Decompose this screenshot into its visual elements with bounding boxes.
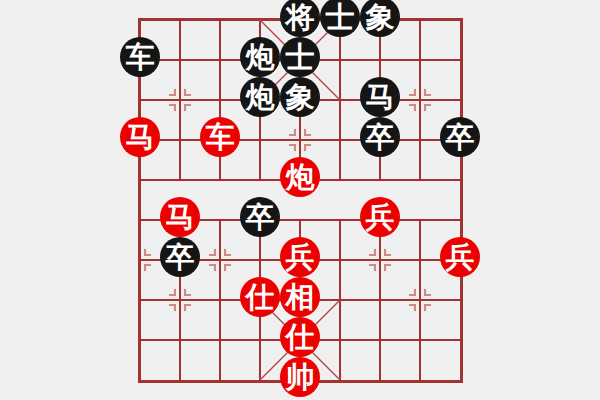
piece-black-soldier[interactable]: 卒 <box>160 237 200 277</box>
position-marker <box>384 264 391 271</box>
piece-black-advisor[interactable]: 士 <box>320 0 360 37</box>
piece-red-elephant[interactable]: 相 <box>280 277 320 317</box>
piece-black-advisor[interactable]: 士 <box>280 37 320 77</box>
piece-red-general[interactable]: 帅 <box>280 357 320 397</box>
position-marker <box>384 249 391 256</box>
position-marker <box>169 304 176 311</box>
position-marker <box>409 104 416 111</box>
piece-black-cannon[interactable]: 炮 <box>240 37 280 77</box>
piece-black-soldier[interactable]: 卒 <box>440 117 480 157</box>
piece-black-elephant[interactable]: 象 <box>280 77 320 117</box>
piece-red-advisor[interactable]: 仕 <box>240 277 280 317</box>
position-marker <box>369 249 376 256</box>
piece-red-soldier[interactable]: 兵 <box>280 237 320 277</box>
position-marker <box>224 249 231 256</box>
position-marker <box>184 104 191 111</box>
position-marker <box>209 264 216 271</box>
piece-red-chariot[interactable]: 车 <box>200 117 240 157</box>
position-marker <box>289 144 296 151</box>
position-marker <box>409 89 416 96</box>
piece-black-chariot[interactable]: 车 <box>120 37 160 77</box>
piece-black-cannon[interactable]: 炮 <box>240 77 280 117</box>
piece-red-soldier[interactable]: 兵 <box>360 197 400 237</box>
position-marker <box>409 289 416 296</box>
piece-black-soldier[interactable]: 卒 <box>240 197 280 237</box>
position-marker <box>184 304 191 311</box>
position-marker <box>289 129 296 136</box>
piece-black-general[interactable]: 将 <box>280 0 320 37</box>
piece-black-soldier[interactable]: 卒 <box>360 117 400 157</box>
position-marker <box>304 129 311 136</box>
position-marker <box>184 289 191 296</box>
position-marker <box>369 264 376 271</box>
position-marker <box>169 104 176 111</box>
position-marker <box>169 89 176 96</box>
position-marker <box>209 249 216 256</box>
xiangqi-screen: 将士象车炮士炮象马卒卒卒卒马车炮马兵兵兵仕相仕帅 <box>0 0 600 400</box>
piece-red-soldier[interactable]: 兵 <box>440 237 480 277</box>
position-marker <box>424 104 431 111</box>
position-marker <box>304 144 311 151</box>
position-marker <box>224 264 231 271</box>
position-marker <box>424 304 431 311</box>
position-marker <box>184 89 191 96</box>
piece-red-horse[interactable]: 马 <box>120 117 160 157</box>
piece-black-elephant[interactable]: 象 <box>360 0 400 37</box>
position-marker <box>144 264 151 271</box>
position-marker <box>424 289 431 296</box>
piece-black-horse[interactable]: 马 <box>360 77 400 117</box>
piece-red-cannon[interactable]: 炮 <box>280 157 320 197</box>
piece-red-horse[interactable]: 马 <box>160 197 200 237</box>
position-marker <box>424 89 431 96</box>
position-marker <box>144 249 151 256</box>
piece-red-advisor[interactable]: 仕 <box>280 317 320 357</box>
xiangqi-board[interactable]: 将士象车炮士炮象马卒卒卒卒马车炮马兵兵兵仕相仕帅 <box>0 0 600 400</box>
position-marker <box>169 289 176 296</box>
position-marker <box>409 304 416 311</box>
